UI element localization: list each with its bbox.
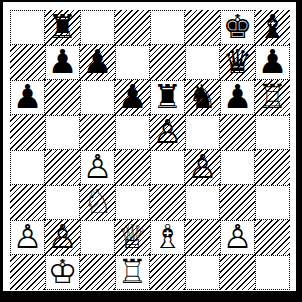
square-b4[interactable] <box>45 150 80 185</box>
square-a6[interactable]: ♟ <box>10 80 45 115</box>
square-f8[interactable] <box>185 10 220 45</box>
white-pawn-piece: ♙ <box>83 149 113 184</box>
white-pawn-piece: ♙ <box>48 219 78 254</box>
black-bishop-piece: ♝ <box>258 9 288 44</box>
square-e2[interactable]: ♗ <box>150 220 185 255</box>
square-a1[interactable] <box>10 255 45 290</box>
square-e7[interactable] <box>150 45 185 80</box>
square-e8[interactable] <box>150 10 185 45</box>
black-rook-piece: ♜ <box>153 79 183 114</box>
square-a4[interactable] <box>10 150 45 185</box>
chess-diagram: ♜♚♝♟♟♛♟♟♟♜♞♟♖♙♙♙♘♙♙♕♗♙♔♖ <box>0 0 302 302</box>
frame-top-edge <box>0 0 302 2</box>
square-g3[interactable] <box>220 185 255 220</box>
square-c2[interactable] <box>80 220 115 255</box>
square-c7[interactable]: ♟ <box>80 45 115 80</box>
square-g5[interactable] <box>220 115 255 150</box>
black-queen-piece: ♛ <box>223 44 253 79</box>
square-d3[interactable] <box>115 185 150 220</box>
square-h6[interactable]: ♖ <box>255 80 290 115</box>
square-b6[interactable] <box>45 80 80 115</box>
square-e4[interactable] <box>150 150 185 185</box>
square-h5[interactable] <box>255 115 290 150</box>
square-d1[interactable]: ♖ <box>115 255 150 290</box>
square-c6[interactable] <box>80 80 115 115</box>
square-h4[interactable] <box>255 150 290 185</box>
square-d7[interactable] <box>115 45 150 80</box>
square-f2[interactable] <box>185 220 220 255</box>
square-h8[interactable]: ♝ <box>255 10 290 45</box>
square-h1[interactable] <box>255 255 290 290</box>
square-d8[interactable] <box>115 10 150 45</box>
frame-right-edge <box>296 0 302 302</box>
square-d6[interactable]: ♟ <box>115 80 150 115</box>
square-e6[interactable]: ♜ <box>150 80 185 115</box>
square-e5[interactable]: ♙ <box>150 115 185 150</box>
square-a2[interactable]: ♙ <box>10 220 45 255</box>
square-c5[interactable] <box>80 115 115 150</box>
square-b3[interactable] <box>45 185 80 220</box>
square-g4[interactable] <box>220 150 255 185</box>
black-pawn-piece: ♟ <box>83 44 113 79</box>
square-c4[interactable]: ♙ <box>80 150 115 185</box>
black-pawn-piece: ♟ <box>223 79 253 114</box>
square-c8[interactable] <box>80 10 115 45</box>
white-bishop-piece: ♗ <box>153 219 183 254</box>
square-h7[interactable]: ♟ <box>255 45 290 80</box>
square-e3[interactable] <box>150 185 185 220</box>
square-d2[interactable]: ♕ <box>115 220 150 255</box>
square-b5[interactable] <box>45 115 80 150</box>
white-king-piece: ♔ <box>48 254 78 289</box>
white-pawn-piece: ♙ <box>153 114 183 149</box>
square-d5[interactable] <box>115 115 150 150</box>
square-b7[interactable]: ♟ <box>45 45 80 80</box>
black-pawn-piece: ♟ <box>13 79 43 114</box>
white-pawn-piece: ♙ <box>223 219 253 254</box>
black-rook-piece: ♜ <box>48 9 78 44</box>
square-g2[interactable]: ♙ <box>220 220 255 255</box>
square-g7[interactable]: ♛ <box>220 45 255 80</box>
white-rook-piece: ♖ <box>118 254 148 289</box>
frame-left-edge <box>0 0 3 302</box>
square-d4[interactable] <box>115 150 150 185</box>
square-g6[interactable]: ♟ <box>220 80 255 115</box>
square-a8[interactable] <box>10 10 45 45</box>
black-pawn-piece: ♟ <box>48 44 78 79</box>
white-rook-piece: ♖ <box>258 79 288 114</box>
square-f7[interactable] <box>185 45 220 80</box>
square-b2[interactable]: ♙ <box>45 220 80 255</box>
square-e1[interactable] <box>150 255 185 290</box>
square-c1[interactable] <box>80 255 115 290</box>
white-knight-piece: ♘ <box>83 184 113 219</box>
square-f1[interactable] <box>185 255 220 290</box>
square-g8[interactable]: ♚ <box>220 10 255 45</box>
square-f4[interactable]: ♙ <box>185 150 220 185</box>
white-pawn-piece: ♙ <box>13 219 43 254</box>
square-f3[interactable] <box>185 185 220 220</box>
square-a3[interactable] <box>10 185 45 220</box>
square-b1[interactable]: ♔ <box>45 255 80 290</box>
square-b8[interactable]: ♜ <box>45 10 80 45</box>
square-h3[interactable] <box>255 185 290 220</box>
square-c3[interactable]: ♘ <box>80 185 115 220</box>
square-f6[interactable]: ♞ <box>185 80 220 115</box>
black-pawn-piece: ♟ <box>118 79 148 114</box>
square-a7[interactable] <box>10 45 45 80</box>
chess-board: ♜♚♝♟♟♛♟♟♟♜♞♟♖♙♙♙♘♙♙♕♗♙♔♖ <box>10 10 290 290</box>
white-pawn-piece: ♙ <box>188 149 218 184</box>
black-knight-piece: ♞ <box>188 79 218 114</box>
white-queen-piece: ♕ <box>118 219 148 254</box>
square-f5[interactable] <box>185 115 220 150</box>
frame-bottom-edge <box>0 291 302 302</box>
black-pawn-piece: ♟ <box>258 44 288 79</box>
square-g1[interactable] <box>220 255 255 290</box>
black-king-piece: ♚ <box>223 9 253 44</box>
square-a5[interactable] <box>10 115 45 150</box>
square-h2[interactable] <box>255 220 290 255</box>
